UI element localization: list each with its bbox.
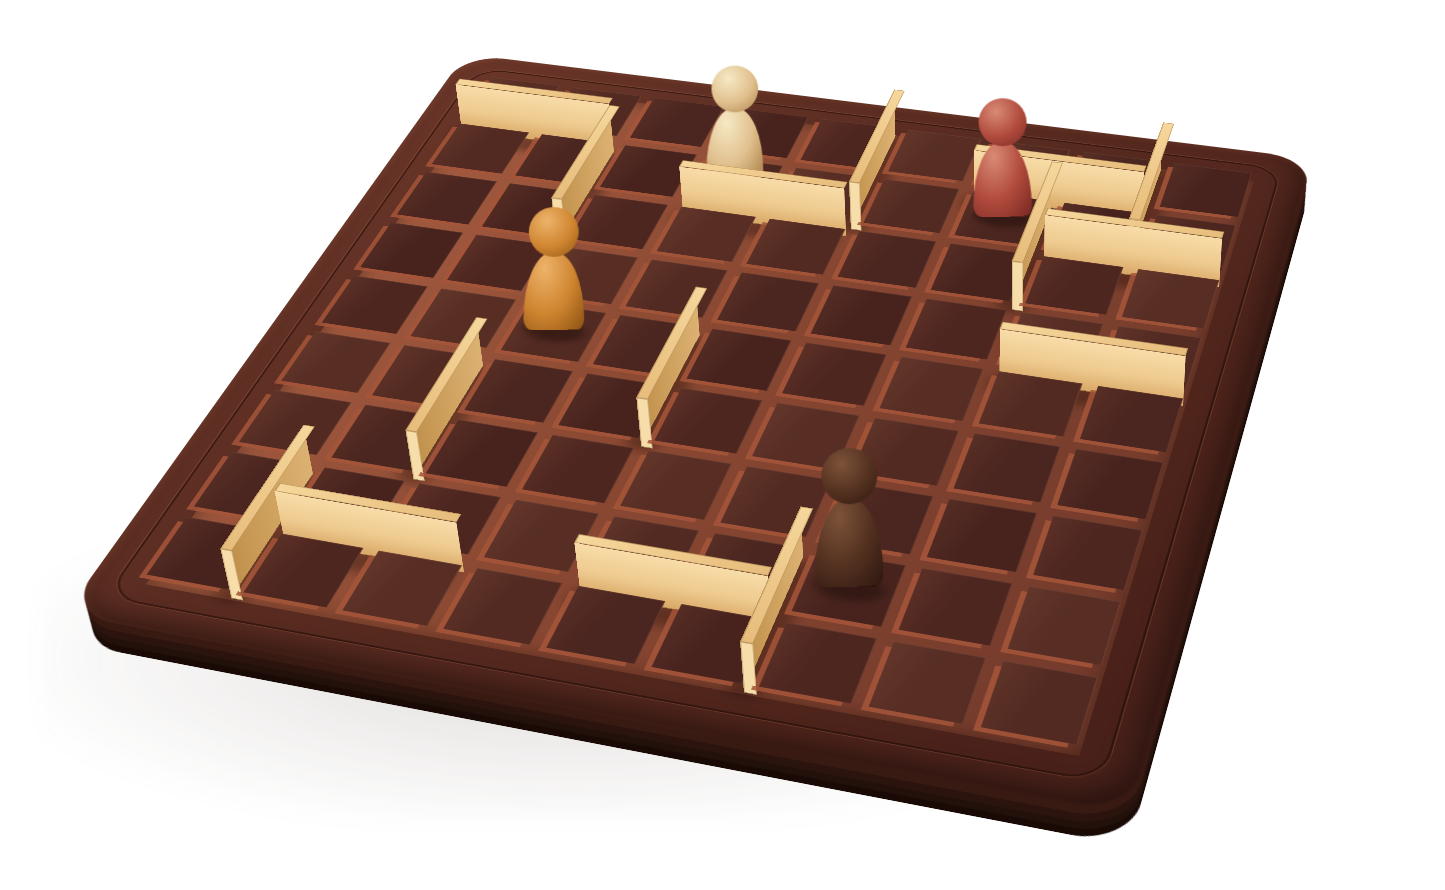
cell-i7 <box>1122 269 1220 329</box>
cell-e6 <box>717 272 819 331</box>
cell-h3 <box>927 499 1037 572</box>
cell-d3 <box>522 435 634 503</box>
cell-i9 <box>1160 163 1253 217</box>
cell-e5 <box>687 329 792 391</box>
cell-h4 <box>953 433 1060 502</box>
cell-i3 <box>1033 516 1143 591</box>
cell-d7 <box>657 207 756 262</box>
pawn-dark[interactable] <box>810 443 888 587</box>
cell-c4 <box>464 359 573 423</box>
pawn-head <box>821 448 877 504</box>
cell-c3 <box>426 420 538 487</box>
pawn-orange[interactable] <box>519 203 588 331</box>
cell-g5 <box>879 357 983 421</box>
pawn-head <box>979 98 1027 146</box>
cell-e3 <box>620 450 732 520</box>
photo-stage: Quoridor wooden board, 9x9 grid, perspec… <box>0 0 1445 890</box>
cell-f5 <box>782 343 887 406</box>
cell-i5 <box>1080 386 1183 452</box>
cell-h7 <box>1025 256 1123 315</box>
cell-e4 <box>654 388 762 454</box>
pawn-body <box>973 142 1031 217</box>
caption: Quoridor wooden board, 9x9 grid, perspec… <box>0 0 1 1</box>
cell-f7 <box>838 231 937 288</box>
cell-h2 <box>899 568 1013 646</box>
cell-i2 <box>1008 586 1122 665</box>
cell-d6 <box>625 260 727 318</box>
pawn-body <box>815 499 883 587</box>
cell-f8 <box>863 179 959 233</box>
cell-g6 <box>906 299 1007 360</box>
cell-h5 <box>979 371 1083 436</box>
pawn-red[interactable] <box>969 94 1036 217</box>
pawn-body <box>523 253 584 331</box>
cell-f6 <box>811 285 913 345</box>
pawn-head <box>712 66 759 113</box>
cell-i4 <box>1057 449 1164 519</box>
cell-e7 <box>746 219 845 275</box>
pawn-head <box>529 207 579 257</box>
cell-f9 <box>888 130 982 181</box>
